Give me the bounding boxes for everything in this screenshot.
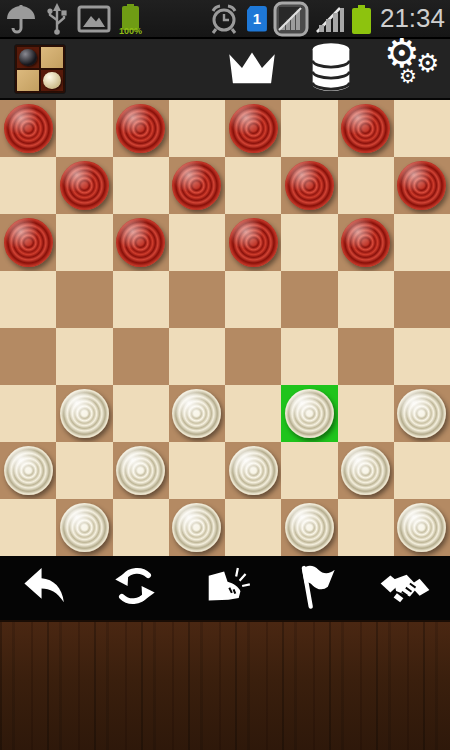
- handshake-icon: [379, 565, 431, 611]
- board-square[interactable]: [338, 157, 394, 214]
- board-square[interactable]: [338, 328, 394, 385]
- board-square[interactable]: [338, 385, 394, 442]
- white-piece[interactable]: [285, 389, 334, 439]
- white-piece[interactable]: [397, 503, 446, 553]
- red-piece[interactable]: [172, 161, 221, 211]
- board-square[interactable]: [225, 157, 281, 214]
- board-square[interactable]: [169, 385, 225, 442]
- board-square[interactable]: [0, 271, 56, 328]
- board-square[interactable]: [338, 499, 394, 556]
- kick-boot-icon: [200, 562, 250, 614]
- board-square[interactable]: [0, 442, 56, 499]
- red-piece[interactable]: [4, 104, 53, 154]
- board-square[interactable]: [225, 214, 281, 271]
- board-square[interactable]: [281, 214, 337, 271]
- usb-icon: [45, 3, 69, 35]
- board-square[interactable]: [394, 100, 450, 157]
- red-piece[interactable]: [285, 161, 334, 211]
- board-square[interactable]: [338, 271, 394, 328]
- board-square[interactable]: [394, 214, 450, 271]
- board-square[interactable]: [225, 100, 281, 157]
- red-piece[interactable]: [341, 104, 390, 154]
- board-square[interactable]: [225, 385, 281, 442]
- red-piece[interactable]: [341, 218, 390, 268]
- board-square[interactable]: [113, 442, 169, 499]
- board-square[interactable]: [281, 157, 337, 214]
- board-square[interactable]: [394, 157, 450, 214]
- white-piece[interactable]: [341, 446, 390, 496]
- white-piece[interactable]: [229, 446, 278, 496]
- wood-background: [0, 620, 450, 750]
- board-square[interactable]: [281, 271, 337, 328]
- board-square[interactable]: [0, 499, 56, 556]
- board-square[interactable]: [281, 499, 337, 556]
- board: [0, 100, 450, 556]
- battery-icon: [351, 4, 372, 34]
- board-square[interactable]: [113, 214, 169, 271]
- app-logo-dark-square: [41, 70, 63, 91]
- board-square[interactable]: [338, 100, 394, 157]
- board-square[interactable]: [56, 499, 112, 556]
- database-icon: [309, 41, 353, 97]
- red-piece[interactable]: [60, 161, 109, 211]
- board-square[interactable]: [56, 214, 112, 271]
- board-square[interactable]: [394, 499, 450, 556]
- white-piece[interactable]: [285, 503, 334, 553]
- status-left-icons: 100%: [5, 3, 145, 35]
- app-logo[interactable]: [14, 44, 66, 94]
- red-piece[interactable]: [229, 218, 278, 268]
- signal-bars-icon: [315, 3, 345, 35]
- undo-arrow-icon: [21, 562, 69, 614]
- board-square[interactable]: [56, 157, 112, 214]
- black-mini-piece: [19, 49, 37, 66]
- undo-button[interactable]: [0, 556, 90, 620]
- crown-icon: [225, 47, 279, 91]
- swap-refresh-button[interactable]: [90, 556, 180, 620]
- board-square[interactable]: [169, 271, 225, 328]
- board-square[interactable]: [56, 100, 112, 157]
- white-piece[interactable]: [4, 446, 53, 496]
- board-square[interactable]: [113, 100, 169, 157]
- board-square[interactable]: [0, 385, 56, 442]
- sim-notification-count: 1: [253, 10, 261, 27]
- red-piece[interactable]: [229, 104, 278, 154]
- board-square[interactable]: [394, 271, 450, 328]
- red-piece[interactable]: [116, 218, 165, 268]
- board-square[interactable]: [281, 442, 337, 499]
- board-square[interactable]: [225, 442, 281, 499]
- red-piece[interactable]: [116, 104, 165, 154]
- board-square[interactable]: [113, 157, 169, 214]
- board-square[interactable]: [225, 271, 281, 328]
- battery-percent-label: 100%: [119, 26, 142, 36]
- white-piece[interactable]: [397, 389, 446, 439]
- board-square[interactable]: [394, 328, 450, 385]
- selected-square[interactable]: [281, 385, 337, 442]
- action-bar: ⚙ ⚙ ⚙: [0, 39, 450, 100]
- stack-database-button[interactable]: [300, 39, 362, 98]
- board-square[interactable]: [113, 499, 169, 556]
- status-bar: 100% 1: [0, 0, 450, 38]
- sim-card-1-icon: 1: [247, 6, 267, 32]
- draw-handshake-button[interactable]: [360, 556, 450, 620]
- board-square[interactable]: [0, 214, 56, 271]
- board-square[interactable]: [56, 442, 112, 499]
- board-square[interactable]: [169, 100, 225, 157]
- board-square[interactable]: [169, 157, 225, 214]
- alarm-clock-icon: [207, 2, 241, 36]
- phone-screen: 100% 1: [0, 0, 450, 750]
- white-piece[interactable]: [60, 389, 109, 439]
- board-square[interactable]: [169, 499, 225, 556]
- app-logo-dark-square: [17, 47, 39, 68]
- app-logo-light-square: [41, 47, 63, 68]
- board-square[interactable]: [169, 328, 225, 385]
- white-piece[interactable]: [60, 503, 109, 553]
- board-square[interactable]: [338, 442, 394, 499]
- board-square[interactable]: [56, 271, 112, 328]
- crown-king-button[interactable]: [221, 39, 283, 98]
- battery-100-icon: 100%: [119, 4, 145, 34]
- board-square[interactable]: [0, 100, 56, 157]
- red-piece[interactable]: [397, 161, 446, 211]
- red-piece[interactable]: [4, 218, 53, 268]
- board-square[interactable]: [225, 499, 281, 556]
- board-square[interactable]: [56, 385, 112, 442]
- board-square[interactable]: [113, 385, 169, 442]
- board-square[interactable]: [56, 328, 112, 385]
- gallery-icon: [77, 4, 111, 34]
- board-square[interactable]: [281, 328, 337, 385]
- signal-box-icon: [273, 1, 309, 37]
- board-square[interactable]: [169, 442, 225, 499]
- kick-button[interactable]: [180, 556, 270, 620]
- swap-arrows-icon: [112, 562, 158, 614]
- flag-icon: [291, 562, 339, 614]
- board-square[interactable]: [394, 385, 450, 442]
- board-square[interactable]: [281, 100, 337, 157]
- white-piece[interactable]: [172, 503, 221, 553]
- board-square[interactable]: [225, 328, 281, 385]
- board-square[interactable]: [169, 214, 225, 271]
- white-piece[interactable]: [116, 446, 165, 496]
- settings-gears-button[interactable]: ⚙ ⚙ ⚙: [383, 39, 445, 98]
- resign-flag-button[interactable]: [270, 556, 360, 620]
- bottom-toolbar: [0, 556, 450, 620]
- board-square[interactable]: [113, 271, 169, 328]
- gears-icon: ⚙ ⚙ ⚙: [386, 42, 442, 96]
- board-square[interactable]: [394, 442, 450, 499]
- white-mini-piece: [43, 72, 61, 89]
- white-piece[interactable]: [172, 389, 221, 439]
- board-square[interactable]: [338, 214, 394, 271]
- board-square[interactable]: [113, 328, 169, 385]
- app-logo-light-square: [17, 70, 39, 91]
- board-square[interactable]: [0, 157, 56, 214]
- board-square[interactable]: [0, 328, 56, 385]
- umbrella-icon: [5, 3, 37, 35]
